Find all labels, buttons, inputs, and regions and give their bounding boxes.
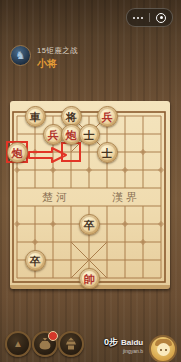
close-minimize-button[interactable]: [150, 9, 172, 26]
piece-red-cannon[interactable]: 炮: [7, 142, 28, 163]
piece-glyph: 帥: [84, 273, 95, 284]
face-icon: [157, 343, 170, 356]
watermark-line2: jingyan.b: [123, 348, 143, 354]
more-button[interactable]: [127, 9, 149, 26]
avatar[interactable]: ♞: [10, 45, 31, 66]
rank-label: 小将: [37, 57, 57, 71]
piece-glyph: 将: [66, 111, 77, 122]
piece-glyph: 車: [30, 111, 41, 122]
piece-glyph: 炮: [12, 147, 23, 158]
piece-glyph: 兵: [48, 129, 59, 140]
pagoda-icon: [64, 337, 78, 351]
piece-glyph: 炮: [66, 129, 77, 140]
piece-glyph: 卒: [30, 255, 41, 266]
pagoda-button[interactable]: [58, 331, 84, 357]
piece-red-general[interactable]: 帥: [79, 268, 100, 289]
piece-black-chariot[interactable]: 車: [25, 106, 46, 127]
river-label-left: 楚河: [42, 191, 70, 203]
knight-piece-icon: ♞: [16, 50, 26, 61]
piece-glyph: 士: [102, 147, 113, 158]
piece-glyph: 士: [84, 129, 95, 140]
river-label-right: 漢界: [112, 191, 140, 203]
piece-black-soldier[interactable]: 卒: [79, 214, 100, 235]
wechat-capsule: [126, 8, 173, 27]
xiangqi-board[interactable]: 楚河 漢界 車将兵兵炮士炮士卒卒帥: [10, 101, 170, 289]
app-screen: ♞ 15钜鹿之战 小将 楚河 漢界: [0, 0, 181, 362]
piece-black-soldier[interactable]: 卒: [25, 250, 46, 271]
piece-black-advisor[interactable]: 士: [97, 142, 118, 163]
notification-badge: [48, 331, 58, 341]
player-avatar[interactable]: [149, 335, 177, 362]
piece-glyph: 卒: [84, 219, 95, 230]
piece-red-soldier[interactable]: 兵: [97, 106, 118, 127]
hint-move-arrow-icon: [27, 146, 69, 164]
level-title: 15钜鹿之战: [37, 46, 78, 56]
mountain-button[interactable]: ▲: [5, 331, 31, 357]
more-icon: [133, 17, 143, 19]
piece-black-advisor[interactable]: 士: [79, 124, 100, 145]
record-target-icon: [156, 13, 166, 23]
watermark-line1: Baidu: [121, 338, 143, 347]
money-bag-button[interactable]: [32, 331, 58, 357]
piece-glyph: 兵: [102, 111, 113, 122]
mountain-icon: ▲: [13, 339, 23, 349]
move-counter: 0步: [104, 336, 118, 349]
